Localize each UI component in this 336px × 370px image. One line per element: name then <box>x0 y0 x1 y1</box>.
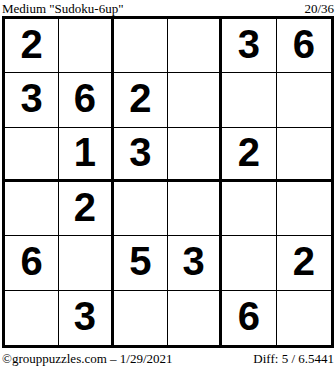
cell-r1c1[interactable]: 2 <box>5 19 59 73</box>
given-digit: 5 <box>129 241 151 284</box>
cell-r3c1[interactable] <box>5 128 59 182</box>
given-digit: 3 <box>74 296 96 339</box>
given-digit: 2 <box>74 187 96 230</box>
cell-r3c6[interactable] <box>277 128 331 182</box>
cell-r3c3[interactable]: 3 <box>114 128 168 182</box>
difficulty-text: Diff: 5 / 6.5441 <box>253 351 334 367</box>
cell-r5c3[interactable]: 5 <box>114 236 168 290</box>
cell-r2c5[interactable] <box>222 73 276 127</box>
cell-r4c1[interactable] <box>5 182 59 236</box>
given-digit: 6 <box>74 78 96 121</box>
given-digit: 3 <box>238 24 260 67</box>
cell-r1c6[interactable]: 6 <box>277 19 331 73</box>
given-digit: 3 <box>129 132 151 175</box>
cell-r4c6[interactable] <box>277 182 331 236</box>
cell-r1c4[interactable] <box>168 19 222 73</box>
header: Medium "Sudoku-6up" 20/36 <box>2 0 334 16</box>
cell-r4c5[interactable] <box>222 182 276 236</box>
cell-r4c2[interactable]: 2 <box>59 182 113 236</box>
cell-r6c6[interactable] <box>277 291 331 345</box>
cell-r5c4[interactable]: 3 <box>168 236 222 290</box>
cell-r5c1[interactable]: 6 <box>5 236 59 290</box>
cell-r6c1[interactable] <box>5 291 59 345</box>
cell-r2c2[interactable]: 6 <box>59 73 113 127</box>
cell-r6c3[interactable] <box>114 291 168 345</box>
cell-r6c2[interactable]: 3 <box>59 291 113 345</box>
cell-r5c6[interactable]: 2 <box>277 236 331 290</box>
cell-r2c1[interactable]: 3 <box>5 73 59 127</box>
cell-r2c4[interactable] <box>168 73 222 127</box>
cell-r6c4[interactable] <box>168 291 222 345</box>
cell-r5c5[interactable] <box>222 236 276 290</box>
given-digit: 3 <box>21 78 43 121</box>
blank-counter: 20/36 <box>304 1 334 16</box>
cell-r1c3[interactable] <box>114 19 168 73</box>
cell-r3c4[interactable] <box>168 128 222 182</box>
sudoku-grid: 2363621322653236 <box>2 16 334 348</box>
given-digit: 2 <box>129 78 151 121</box>
cell-r4c4[interactable] <box>168 182 222 236</box>
cell-r3c2[interactable]: 1 <box>59 128 113 182</box>
cell-r3c5[interactable]: 2 <box>222 128 276 182</box>
cell-r5c2[interactable] <box>59 236 113 290</box>
given-digit: 6 <box>293 24 315 67</box>
cell-r2c3[interactable]: 2 <box>114 73 168 127</box>
cell-r1c2[interactable] <box>59 19 113 73</box>
given-digit: 2 <box>238 132 260 175</box>
cell-r4c3[interactable] <box>114 182 168 236</box>
given-digit: 6 <box>21 241 43 284</box>
given-digit: 6 <box>238 296 260 339</box>
cell-r1c5[interactable]: 3 <box>222 19 276 73</box>
cell-r2c6[interactable] <box>277 73 331 127</box>
given-digit: 2 <box>21 24 43 67</box>
copyright-text: ©grouppuzzles.com – 1/29/2021 <box>2 351 173 367</box>
puzzle-title: Medium "Sudoku-6up" <box>2 1 123 16</box>
sudoku-page: Medium "Sudoku-6up" 20/36 23636213226532… <box>0 0 336 370</box>
given-digit: 2 <box>293 241 315 284</box>
given-digit: 1 <box>74 132 96 175</box>
given-digit: 3 <box>183 241 205 284</box>
footer: ©grouppuzzles.com – 1/29/2021 Diff: 5 / … <box>2 350 334 368</box>
cell-r6c5[interactable]: 6 <box>222 291 276 345</box>
